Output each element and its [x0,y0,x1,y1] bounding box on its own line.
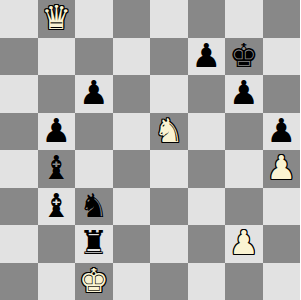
square-a7[interactable] [0,38,38,76]
square-b4[interactable]: ♝ [38,150,76,188]
square-g7[interactable]: ♚ [225,38,263,76]
square-b1[interactable] [38,263,76,300]
square-e1[interactable] [150,263,188,300]
square-h5[interactable]: ♟ [263,113,301,151]
square-e6[interactable] [150,75,188,113]
square-d1[interactable] [113,263,151,300]
black-pawn[interactable]: ♟ [266,114,296,147]
square-g1[interactable] [225,263,263,300]
black-pawn[interactable]: ♟ [191,39,221,72]
square-h3[interactable] [263,188,301,226]
square-e5[interactable]: ♞ [150,113,188,151]
square-b8[interactable]: ♛ [38,0,76,38]
square-e4[interactable] [150,150,188,188]
square-c6[interactable]: ♟ [75,75,113,113]
square-a8[interactable] [0,0,38,38]
black-pawn[interactable]: ♟ [41,114,71,147]
square-d8[interactable] [113,0,151,38]
square-d6[interactable] [113,75,151,113]
square-a6[interactable] [0,75,38,113]
square-f1[interactable] [188,263,226,300]
square-h8[interactable] [263,0,301,38]
white-knight[interactable]: ♞ [154,114,184,147]
square-f6[interactable] [188,75,226,113]
square-f5[interactable] [188,113,226,151]
square-e7[interactable] [150,38,188,76]
black-king[interactable]: ♚ [229,39,259,72]
square-a2[interactable] [0,225,38,263]
square-f4[interactable] [188,150,226,188]
square-c4[interactable] [75,150,113,188]
black-bishop[interactable]: ♝ [41,189,71,222]
white-king[interactable]: ♚ [79,264,109,297]
square-g4[interactable] [225,150,263,188]
square-f8[interactable] [188,0,226,38]
square-b5[interactable]: ♟ [38,113,76,151]
square-b2[interactable] [38,225,76,263]
square-b6[interactable] [38,75,76,113]
square-d4[interactable] [113,150,151,188]
square-a5[interactable] [0,113,38,151]
square-h1[interactable] [263,263,301,300]
square-d2[interactable] [113,225,151,263]
black-pawn[interactable]: ♟ [229,76,259,109]
square-f3[interactable] [188,188,226,226]
chess-board: ♛♟♚♟♟♟♞♟♝♟♝♞♜♟♚ [0,0,300,300]
white-pawn[interactable]: ♟ [229,226,259,259]
square-b3[interactable]: ♝ [38,188,76,226]
square-a1[interactable] [0,263,38,300]
square-a4[interactable] [0,150,38,188]
square-d5[interactable] [113,113,151,151]
square-h7[interactable] [263,38,301,76]
square-g5[interactable] [225,113,263,151]
square-c2[interactable]: ♜ [75,225,113,263]
square-h6[interactable] [263,75,301,113]
square-c5[interactable] [75,113,113,151]
square-e2[interactable] [150,225,188,263]
square-c3[interactable]: ♞ [75,188,113,226]
square-f7[interactable]: ♟ [188,38,226,76]
square-f2[interactable] [188,225,226,263]
square-g3[interactable] [225,188,263,226]
white-pawn[interactable]: ♟ [266,151,296,184]
black-rook[interactable]: ♜ [79,226,109,259]
square-d3[interactable] [113,188,151,226]
square-g8[interactable] [225,0,263,38]
black-knight[interactable]: ♞ [79,189,109,222]
black-bishop[interactable]: ♝ [41,151,71,184]
square-a3[interactable] [0,188,38,226]
square-g6[interactable]: ♟ [225,75,263,113]
black-pawn[interactable]: ♟ [79,76,109,109]
square-c7[interactable] [75,38,113,76]
square-d7[interactable] [113,38,151,76]
white-queen[interactable]: ♛ [41,1,71,34]
square-g2[interactable]: ♟ [225,225,263,263]
square-c1[interactable]: ♚ [75,263,113,300]
square-b7[interactable] [38,38,76,76]
square-h2[interactable] [263,225,301,263]
square-e3[interactable] [150,188,188,226]
square-e8[interactable] [150,0,188,38]
square-c8[interactable] [75,0,113,38]
square-h4[interactable]: ♟ [263,150,301,188]
